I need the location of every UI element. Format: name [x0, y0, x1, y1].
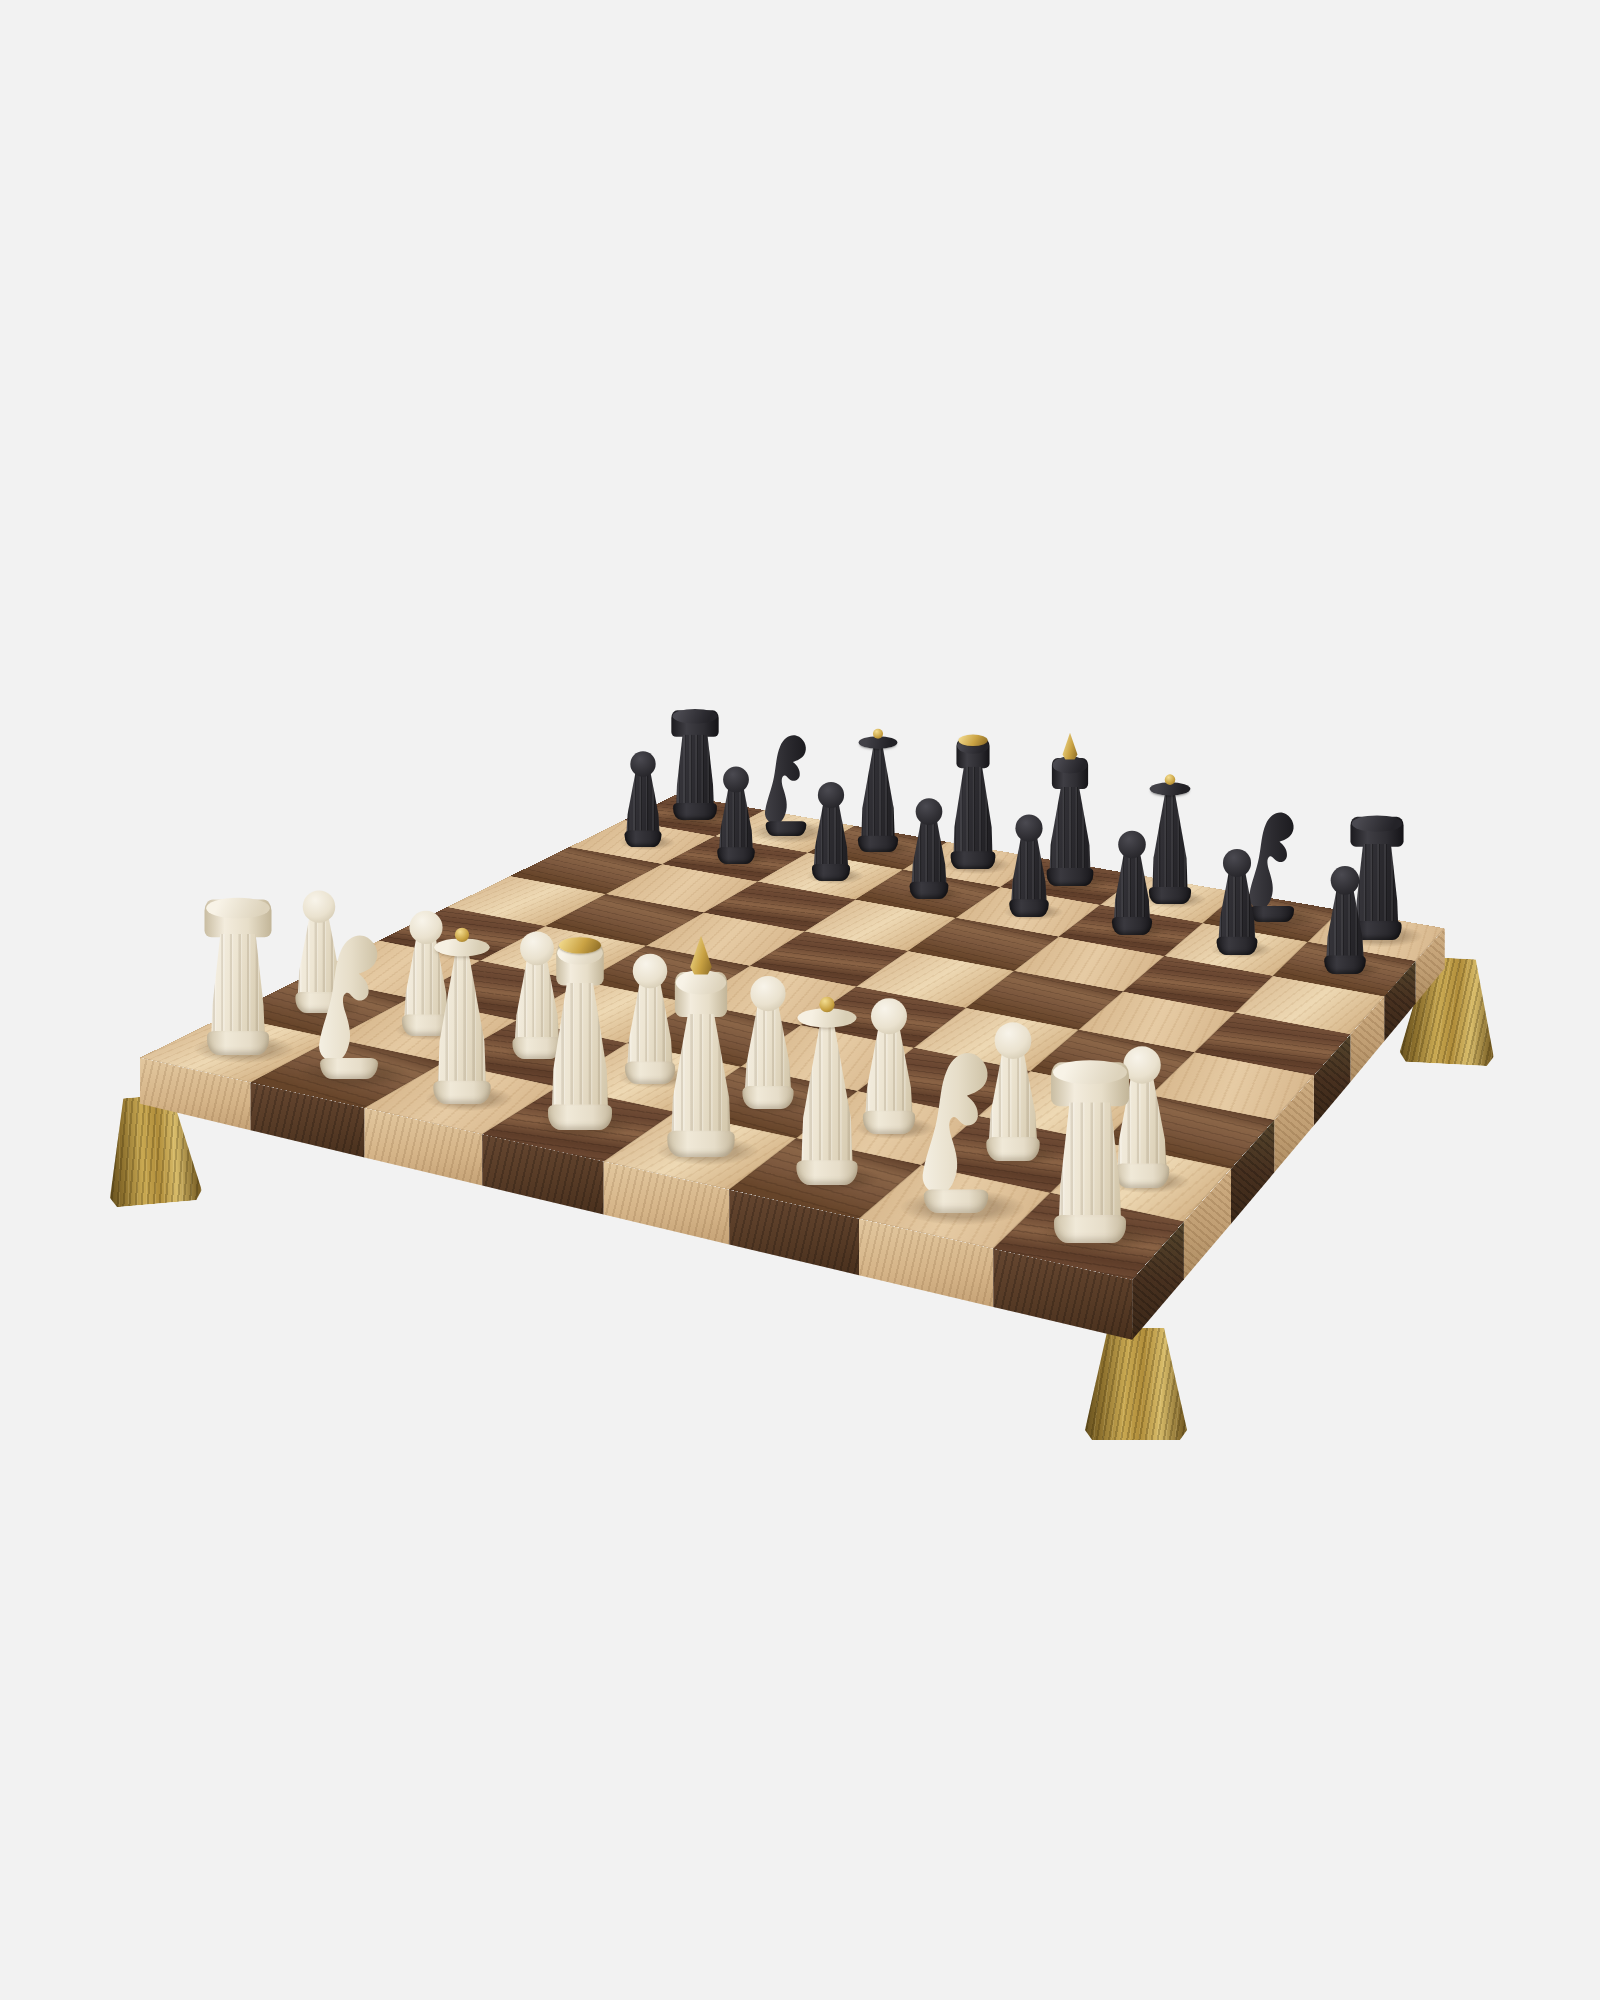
product-photo-stage	[0, 0, 1600, 2000]
brass-foot-front	[1085, 1328, 1187, 1440]
